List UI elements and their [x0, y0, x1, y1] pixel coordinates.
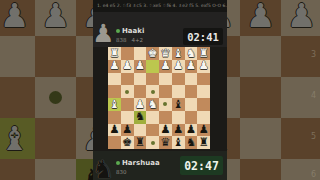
bg-rank-label: 4 — [311, 91, 316, 100]
app-window: 1. e4 e5 2. ♘f3 ♗c5 3. ♘xe5 ♘f6 4. ♗e2 f… — [93, 0, 227, 180]
square-g2[interactable]: ♟ — [121, 60, 134, 73]
square-a8[interactable]: ♜ — [197, 136, 210, 149]
square-a3[interactable] — [197, 73, 210, 86]
square-g8[interactable]: ♚ — [121, 136, 134, 149]
bg-rank-label: 6 — [311, 170, 316, 179]
bottom-player-bar[interactable]: ♞ Harshuaa 830 02:47 — [93, 151, 227, 180]
square-f2[interactable]: ♟ — [134, 60, 147, 73]
bottom-player-name-text: Harshuaa — [122, 159, 160, 167]
square-e2[interactable] — [146, 60, 159, 73]
piece-wP-b2[interactable]: ♟ — [186, 60, 196, 72]
move-list[interactable]: 1. e4 e5 2. ♘f3 ♗c5 3. ♘xe5 ♘f6 4. ♗e2 f… — [93, 0, 227, 12]
piece-wP-g2[interactable]: ♟ — [122, 60, 132, 72]
top-player-name-text: Haaki — [122, 27, 144, 35]
top-player-avatar-pawn-icon: ♟ — [92, 21, 114, 46]
piece-wN-e5[interactable]: ♞ — [147, 99, 157, 111]
square-e7[interactable] — [146, 124, 159, 137]
piece-bR-f8[interactable]: ♜ — [135, 137, 145, 149]
piece-wP-c2[interactable]: ♟ — [173, 60, 183, 72]
square-c2[interactable]: ♟ — [172, 60, 185, 73]
square-b8[interactable]: ♞ — [185, 136, 198, 149]
piece-wP-f2[interactable]: ♟ — [135, 60, 145, 72]
piece-wP-h2[interactable]: ♟ — [109, 60, 119, 72]
square-d4[interactable] — [159, 85, 172, 98]
bottom-player-name[interactable]: Harshuaa — [116, 159, 160, 167]
square-e1[interactable]: ♚ — [146, 47, 159, 60]
piece-wK-e1[interactable]: ♚ — [147, 48, 157, 60]
piece-bP-h7[interactable]: ♟ — [109, 124, 119, 136]
square-f6[interactable]: ♞ — [134, 111, 147, 124]
top-player-rating-value: 838 — [116, 37, 127, 43]
square-h2[interactable]: ♟ — [108, 60, 121, 73]
square-h7[interactable]: ♟ — [108, 124, 121, 137]
piece-wB-h5[interactable]: ♝ — [109, 99, 119, 111]
time-control: 4+2 — [132, 37, 144, 43]
square-f3[interactable] — [134, 73, 147, 86]
piece-bP-b7[interactable]: ♟ — [186, 124, 196, 136]
move-dest-dot-g4[interactable] — [125, 90, 129, 94]
square-c5[interactable]: ♝ — [172, 98, 185, 111]
move-dest-dot-e4[interactable] — [151, 90, 155, 94]
online-indicator-icon — [116, 29, 120, 33]
top-player-bar[interactable]: ♟ Haaki 838 4+2 02:41 — [93, 12, 227, 47]
square-h3[interactable] — [108, 73, 121, 86]
square-a4[interactable] — [197, 85, 210, 98]
square-e8[interactable] — [146, 136, 159, 149]
square-h8[interactable] — [108, 136, 121, 149]
piece-bK-g8[interactable]: ♚ — [122, 137, 132, 149]
square-d8[interactable]: ♛ — [159, 136, 172, 149]
piece-bP-c7[interactable]: ♟ — [173, 124, 183, 136]
square-f8[interactable]: ♜ — [134, 136, 147, 149]
piece-bP-d7[interactable]: ♟ — [160, 124, 170, 136]
piece-bN-f6[interactable]: ♞ — [135, 111, 145, 123]
piece-bP-a7[interactable]: ♟ — [198, 124, 208, 136]
bottom-player-avatar-knight-icon: ♞ — [92, 157, 114, 180]
square-h5[interactable]: ♝ — [108, 98, 121, 111]
square-b5[interactable] — [185, 98, 198, 111]
square-g3[interactable] — [121, 73, 134, 86]
square-c3[interactable] — [172, 73, 185, 86]
square-e5[interactable]: ♞ — [146, 98, 159, 111]
top-player-clock: 02:41 — [183, 28, 223, 45]
square-d2[interactable]: ♟ — [159, 60, 172, 73]
bottom-player-rating: 830 — [116, 169, 127, 175]
bottom-player-clock: 02:47 — [180, 156, 223, 175]
square-b4[interactable] — [185, 85, 198, 98]
square-g4[interactable] — [121, 85, 134, 98]
piece-wP-d2[interactable]: ♟ — [160, 60, 170, 72]
bg-rank-label: 3 — [311, 50, 316, 59]
move-dest-dot-d5[interactable] — [163, 102, 167, 106]
piece-wP-a2[interactable]: ♟ — [198, 60, 208, 72]
piece-bP-g7[interactable]: ♟ — [122, 124, 132, 136]
square-d3[interactable] — [159, 73, 172, 86]
square-g5[interactable] — [121, 98, 134, 111]
square-c8[interactable]: ♝ — [172, 136, 185, 149]
bottom-player-rating-value: 830 — [116, 169, 127, 175]
piece-bN-b8[interactable]: ♞ — [186, 137, 196, 149]
square-e3[interactable] — [146, 73, 159, 86]
square-b3[interactable] — [185, 73, 198, 86]
square-a2[interactable]: ♟ — [197, 60, 210, 73]
online-indicator-icon — [116, 161, 120, 165]
square-e6[interactable] — [146, 111, 159, 124]
square-a5[interactable] — [197, 98, 210, 111]
piece-bR-a8[interactable]: ♜ — [198, 137, 208, 149]
top-player-rating: 838 4+2 — [116, 37, 143, 43]
chess-board[interactable]: ♜♚♛♝♞♜♟♟♟♟♟♟♟♝♟♞♝♞♟♟♟♟♟♟♚♜♛♝♞♜ — [108, 47, 210, 149]
piece-bB-c5[interactable]: ♝ — [173, 99, 183, 111]
square-b2[interactable]: ♟ — [185, 60, 198, 73]
move-dest-dot-e8[interactable] — [151, 141, 155, 145]
piece-bB-c8[interactable]: ♝ — [173, 137, 183, 149]
piece-bQ-d8[interactable]: ♛ — [160, 137, 170, 149]
bg-rank-label: 5 — [311, 132, 316, 141]
top-player-name[interactable]: Haaki — [116, 27, 144, 35]
square-d5[interactable] — [159, 98, 172, 111]
